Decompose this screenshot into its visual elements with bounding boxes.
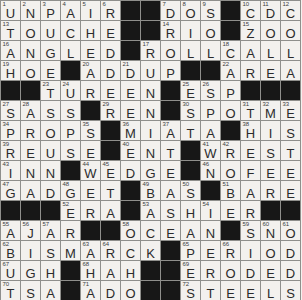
cell-r14c3[interactable]: H [41,261,61,281]
cell-r14c15[interactable]: D [281,261,301,281]
cell-r5c5[interactable]: R [81,81,101,101]
cell-letter: T [101,186,120,200]
cell-letter: R [101,246,120,260]
cell-r3c12[interactable]: 18C [221,41,241,61]
cell-r14c11[interactable]: R [201,261,221,281]
cell-letter: E [181,266,200,280]
cell-r2c2[interactable]: O [21,21,41,41]
cell-letter: E [221,206,240,220]
cell-r8c3[interactable]: U [41,141,61,161]
cell-r7c8[interactable]: I [141,121,161,141]
cell-letter: P [41,6,60,20]
cell-letter: R [101,106,120,120]
cell-letter: G [141,166,160,180]
cell-letter: B [141,186,160,200]
cell-r1c2[interactable]: 2N [21,1,41,21]
cell-letter: A [221,66,240,80]
cell-r2c11[interactable]: O [201,21,221,41]
cell-r7c14[interactable]: I [261,121,281,141]
cell-letter: G [1,186,20,200]
cell-r2c9[interactable]: 14R [161,21,181,41]
cell-r8c5[interactable]: E [81,141,101,161]
cell-r13c7[interactable]: C [121,241,141,261]
cell-r12c8[interactable]: C [141,221,161,241]
cell-r1c15[interactable]: 12C [281,1,301,21]
cell-letter: A [101,206,120,220]
cell-r6c12[interactable]: O [221,101,241,121]
cell-r5c7[interactable]: E [121,81,141,101]
cell-letter: F [241,166,260,180]
cell-r10c9[interactable]: A [161,181,181,201]
cell-r11c9[interactable]: S [161,201,181,221]
crossword-puzzle: 1U2N3P4A5I6R7D8O9S10C11D12C13TOUCHE14RIO… [0,0,302,300]
cell-r13c10[interactable]: 65P [181,241,201,261]
black-cell-r15c8 [141,281,161,300]
cell-r4c5[interactable]: 20A [81,61,101,81]
cell-letter: S [201,6,220,20]
cell-r4c7[interactable]: 21D [121,61,141,81]
cell-r9c8[interactable]: G [141,161,161,181]
cell-r3c6[interactable]: D [101,41,121,61]
cell-r9c2[interactable]: N [21,161,41,181]
black-cell-r12c6 [101,221,121,241]
cell-letter: C [281,6,300,20]
cell-r2c4[interactable]: C [61,21,81,41]
black-cell-r11c1 [1,201,21,221]
cell-letter: E [101,86,120,100]
cell-r13c6[interactable]: 64R [101,241,121,261]
cell-letter: E [221,286,240,300]
cell-r7c5[interactable]: 35S [81,121,101,141]
cell-letter: L [181,46,200,60]
black-cell-r4c11 [201,61,221,81]
cell-letter: R [161,26,180,40]
cell-r8c1[interactable]: 39R [1,141,21,161]
black-cell-r4c10 [181,61,201,81]
cell-r8c12[interactable]: 42R [221,141,241,161]
cell-r12c11[interactable]: N [201,221,221,241]
cell-r12c9[interactable]: E [161,221,181,241]
cell-letter: A [1,226,20,240]
cell-r8c9[interactable]: T [161,141,181,161]
cell-r9c13[interactable]: F [241,161,261,181]
cell-r11c8[interactable]: 53A [141,201,161,221]
cell-letter: A [81,286,100,300]
cell-r9c5[interactable]: 44W [81,161,101,181]
cell-r14c14[interactable]: E [261,261,281,281]
cell-letter: P [161,66,180,80]
cell-letter: S [81,126,100,140]
cell-r13c14[interactable]: O [261,241,281,261]
cell-r8c7[interactable]: 40E [121,141,141,161]
black-cell-r1c12 [221,1,241,21]
cell-r3c13[interactable]: A [241,41,261,61]
black-cell-r5c2 [21,81,41,101]
cell-r7c2[interactable]: R [21,121,41,141]
cell-letter: N [141,146,160,160]
black-cell-r11c3 [41,201,61,221]
cell-r15c14[interactable]: L [261,281,281,300]
cell-r9c15[interactable]: E [281,161,301,181]
cell-letter: C [241,6,260,20]
cell-letter: E [201,246,220,260]
cell-letter: P [61,126,80,140]
cell-letter: D [261,6,280,20]
cell-letter: U [41,26,60,40]
cell-r1c13[interactable]: 10C [241,1,261,21]
cell-letter: O [121,226,140,240]
cell-r8c11[interactable]: 41W [201,141,221,161]
cell-letter: E [241,286,260,300]
cell-letter: O [221,266,240,280]
cell-r4c1[interactable]: 19H [1,61,21,81]
cell-r7c13[interactable]: 38H [241,121,261,141]
cell-r15c10[interactable]: 72S [181,281,201,300]
cell-r7c9[interactable]: 37A [161,121,181,141]
cell-letter: A [281,66,300,80]
cell-letter: E [161,226,180,240]
cell-r3c4[interactable]: L [61,41,81,61]
cell-r10c5[interactable]: E [81,181,101,201]
cell-letter: P [181,246,200,260]
cell-r5c8[interactable]: N [141,81,161,101]
cell-r13c3[interactable]: S [41,241,61,261]
cell-r5c10[interactable]: 25E [181,81,201,101]
cell-r15c5[interactable]: 71A [81,281,101,300]
cell-r1c4[interactable]: 4A [61,1,81,21]
cell-letter: S [41,106,60,120]
cell-r2c6[interactable]: E [101,21,121,41]
cell-r10c1[interactable]: 47G [1,181,21,201]
cell-r15c6[interactable]: D [101,281,121,300]
cell-r3c5[interactable]: E [81,41,101,61]
black-cell-r15c4 [61,281,81,300]
cell-r4c2[interactable]: O [21,61,41,81]
cell-letter: R [1,146,20,160]
cell-letter: A [241,46,260,60]
black-cell-r5c15 [281,81,301,101]
cell-r3c15[interactable]: L [281,41,301,61]
cell-r10c10[interactable]: 50S [181,181,201,201]
cell-r8c14[interactable]: S [261,141,281,161]
cell-r7c1[interactable]: 34P [1,121,21,141]
cell-letter: I [261,126,280,140]
cell-letter: N [201,226,220,240]
cell-r13c2[interactable]: I [21,241,41,261]
cell-letter: I [21,246,40,260]
cell-r8c13[interactable]: E [241,141,261,161]
cell-letter: A [201,126,220,140]
black-cell-r13c9 [161,241,181,261]
cell-letter: R [21,126,40,140]
cell-r6c14[interactable]: 32M [261,101,281,121]
cell-r13c11[interactable]: E [201,241,221,261]
cell-r7c11[interactable]: A [201,121,221,141]
cell-letter: L [261,46,280,60]
cell-r2c1[interactable]: 13T [1,21,21,41]
cell-r3c14[interactable]: L [261,41,281,61]
cell-r7c10[interactable]: T [181,121,201,141]
black-cell-r12c12 [221,221,241,241]
cell-r10c6[interactable]: T [101,181,121,201]
cell-letter: S [61,106,80,120]
cell-r15c13[interactable]: E [241,281,261,300]
cell-r7c15[interactable]: S [281,121,301,141]
cell-letter: A [161,186,180,200]
cell-r11c12[interactable]: E [221,201,241,221]
cell-letter: T [181,126,200,140]
cell-r15c7[interactable]: O [121,281,141,300]
cell-letter: A [101,266,120,280]
cell-r1c1[interactable]: 1U [1,1,21,21]
cell-r15c3[interactable]: A [41,281,61,300]
cell-letter: D [281,266,300,280]
black-cell-r10c11 [201,181,221,201]
cell-r7c4[interactable]: P [61,121,81,141]
cell-r15c1[interactable]: 70T [1,281,21,300]
cell-r6c7[interactable]: E [121,101,141,121]
cell-r9c6[interactable]: 45E [101,161,121,181]
cell-r11c4[interactable]: 52E [61,201,81,221]
cell-r10c14[interactable]: R [261,181,281,201]
cell-r6c10[interactable]: 30S [181,101,201,121]
cell-r11c11[interactable]: 54I [201,201,221,221]
cell-r13c8[interactable]: K [141,241,161,261]
cell-r12c13[interactable]: 59S [241,221,261,241]
cell-r3c11[interactable]: L [201,41,221,61]
cell-letter: N [201,166,220,180]
cell-r7c3[interactable]: O [41,121,61,141]
cell-letter: G [21,266,40,280]
cell-letter: D [101,46,120,60]
cell-r8c15[interactable]: T [281,141,301,161]
cell-r14c5[interactable]: 68H [81,261,101,281]
cell-r6c13[interactable]: 31T [241,101,261,121]
cell-letter: E [241,146,260,160]
cell-r10c8[interactable]: 49B [141,181,161,201]
cell-r11c13[interactable]: R [241,201,261,221]
cell-r6c15[interactable]: 33E [281,101,301,121]
cell-letter: E [81,46,100,60]
black-cell-r2c7 [121,21,141,41]
black-cell-r1c8 [141,1,161,21]
cell-letter: T [201,286,220,300]
black-cell-r11c15 [281,201,301,221]
cell-r2c15[interactable]: O [281,21,301,41]
cell-r10c15[interactable]: E [281,181,301,201]
cell-letter: P [221,86,240,100]
cell-r10c3[interactable]: D [41,181,61,201]
cell-r6c4[interactable]: S [61,101,81,121]
cell-letter: E [121,86,140,100]
cell-r6c3[interactable]: S [41,101,61,121]
cell-r6c11[interactable]: P [201,101,221,121]
cell-r1c11[interactable]: 9S [201,1,221,21]
cell-letter: A [161,126,180,140]
cell-r3c3[interactable]: G [41,41,61,61]
cell-r14c6[interactable]: A [101,261,121,281]
cell-r4c8[interactable]: U [141,61,161,81]
cell-letter: M [61,246,80,260]
cell-r14c10[interactable]: 69E [181,261,201,281]
cell-r8c8[interactable]: N [141,141,161,161]
cell-r1c14[interactable]: 11D [261,1,281,21]
cell-r6c1[interactable]: 27S [1,101,21,121]
cell-letter: E [61,206,80,220]
cell-r3c1[interactable]: 16A [1,41,21,61]
cell-r12c3[interactable]: 57A [41,221,61,241]
cell-r5c3[interactable]: 23T [41,81,61,101]
cell-letter: I [81,6,100,20]
cell-r4c3[interactable]: E [41,61,61,81]
cell-r3c9[interactable]: O [161,41,181,61]
cell-r3c8[interactable]: 17R [141,41,161,61]
cell-r2c3[interactable]: U [41,21,61,41]
cell-r6c6[interactable]: 29R [101,101,121,121]
cell-r9c7[interactable]: D [121,161,141,181]
cell-r13c1[interactable]: 62B [1,241,21,261]
cell-r14c12[interactable]: O [221,261,241,281]
cell-r9c3[interactable]: N [41,161,61,181]
cell-r13c15[interactable]: D [281,241,301,261]
cell-letter: H [181,206,200,220]
cell-r15c2[interactable]: S [21,281,41,300]
cell-r14c2[interactable]: G [21,261,41,281]
cell-r4c14[interactable]: E [261,61,281,81]
cell-letter: E [21,146,40,160]
cell-r15c12[interactable]: E [221,281,241,300]
cell-letter: S [41,246,60,260]
cell-r9c1[interactable]: 43I [1,161,21,181]
cell-r13c4[interactable]: M [61,241,81,261]
cell-r2c10[interactable]: I [181,21,201,41]
cell-letter: A [81,246,100,260]
cell-letter: B [221,186,240,200]
cell-letter: D [241,266,260,280]
cell-r10c13[interactable]: A [241,181,261,201]
cell-letter: O [201,26,220,40]
cell-letter: O [21,66,40,80]
cell-letter: K [141,246,160,260]
cell-r9c12[interactable]: O [221,161,241,181]
cell-r4c12[interactable]: 22A [221,61,241,81]
cell-letter: E [181,86,200,100]
cell-r12c1[interactable]: 55A [1,221,21,241]
cell-r4c13[interactable]: R [241,61,261,81]
cell-letter: A [21,186,40,200]
black-cell-r9c4 [61,161,81,181]
cell-r10c12[interactable]: 51B [221,181,241,201]
cell-letter: E [281,186,300,200]
cell-letter: O [181,6,200,20]
cell-letter: J [21,226,40,240]
cell-letter: L [281,46,300,60]
black-cell-r11c2 [21,201,41,221]
cell-letter: O [261,26,280,40]
cell-letter: A [241,186,260,200]
cell-letter: Z [241,26,260,40]
cell-r14c7[interactable]: H [121,261,141,281]
cell-letter: T [41,86,60,100]
cell-r12c2[interactable]: 56J [21,221,41,241]
cell-r5c12[interactable]: P [221,81,241,101]
cell-r4c15[interactable]: A [281,61,301,81]
cell-r1c5[interactable]: 5I [81,1,101,21]
cell-r9c9[interactable]: E [161,161,181,181]
cell-letter: E [101,166,120,180]
cell-r10c4[interactable]: 48G [61,181,81,201]
cell-r2c13[interactable]: 15Z [241,21,261,41]
cell-letter: E [281,106,300,120]
cell-letter: E [161,166,180,180]
cell-r12c7[interactable]: 58O [121,221,141,241]
cell-r8c2[interactable]: E [21,141,41,161]
cell-r15c11[interactable]: T [201,281,221,300]
cell-r15c15[interactable]: S [281,281,301,300]
cell-r12c4[interactable]: R [61,221,81,241]
cell-r6c8[interactable]: N [141,101,161,121]
black-cell-r7c6 [101,121,121,141]
cell-letter: H [41,266,60,280]
cell-r4c6[interactable]: D [101,61,121,81]
cell-r9c11[interactable]: 46N [201,161,221,181]
cell-r6c2[interactable]: 28A [21,101,41,121]
cell-r7c7[interactable]: 36M [121,121,141,141]
cell-r4c9[interactable]: P [161,61,181,81]
cell-r1c3[interactable]: 3P [41,1,61,21]
black-cell-r15c9 [161,281,181,300]
cell-letter: R [241,206,260,220]
cell-r5c6[interactable]: E [101,81,121,101]
cell-letter: S [241,226,260,240]
cell-r2c14[interactable]: O [261,21,281,41]
cell-letter: A [181,226,200,240]
cell-r5c4[interactable]: 24U [61,81,81,101]
cell-r1c6[interactable]: 6R [101,1,121,21]
cell-letter: H [81,266,100,280]
cell-r2c5[interactable]: H [81,21,101,41]
cell-letter: I [141,126,160,140]
cell-r12c14[interactable]: 60N [261,221,281,241]
cell-letter: E [41,66,60,80]
cell-letter: R [101,6,120,20]
cell-r14c13[interactable]: D [241,261,261,281]
cell-r9c14[interactable]: E [261,161,281,181]
cell-r3c2[interactable]: N [21,41,41,61]
cell-letter: S [281,286,300,300]
cell-r8c4[interactable]: S [61,141,81,161]
cell-r13c12[interactable]: 66R [221,241,241,261]
cell-r11c5[interactable]: R [81,201,101,221]
cell-r12c15[interactable]: 61O [281,221,301,241]
black-cell-r10c7 [121,181,141,201]
cell-r13c5[interactable]: 63A [81,241,101,261]
cell-r1c9[interactable]: 7D [161,1,181,21]
cell-r5c11[interactable]: 26S [201,81,221,101]
cell-r12c10[interactable]: A [181,221,201,241]
cell-r1c10[interactable]: 8O [181,1,201,21]
cell-letter: B [1,246,20,260]
black-cell-r5c9 [161,81,181,101]
cell-r3c10[interactable]: L [181,41,201,61]
cell-r10c2[interactable]: A [21,181,41,201]
crossword-grid: 1U2N3P4A5I6R7D8O9S10C11D12C13TOUCHE14RIO… [0,0,301,300]
cell-r14c1[interactable]: 67U [1,261,21,281]
cell-r13c13[interactable]: I [241,241,261,261]
cell-r11c6[interactable]: A [101,201,121,221]
cell-letter: E [81,186,100,200]
cell-r11c10[interactable]: H [181,201,201,221]
